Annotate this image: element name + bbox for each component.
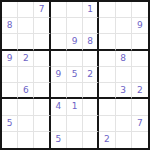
cell-r5c8[interactable]	[116, 67, 132, 83]
cell-r1c5[interactable]	[67, 2, 83, 18]
given-digit: 9	[7, 54, 13, 63]
cell-r5c9[interactable]	[132, 67, 148, 83]
cell-r9c1[interactable]	[2, 132, 18, 148]
cell-r3c9[interactable]	[132, 34, 148, 50]
cell-r4c6[interactable]	[83, 51, 99, 67]
given-digit: 9	[55, 70, 61, 79]
cell-r4c1[interactable]: 9	[2, 51, 18, 67]
given-digit: 2	[87, 70, 93, 79]
cell-r6c8[interactable]: 3	[116, 83, 132, 99]
cell-r5c7[interactable]	[99, 67, 115, 83]
cell-r9c9[interactable]	[132, 132, 148, 148]
cell-r5c3[interactable]	[34, 67, 50, 83]
cell-r8c2[interactable]	[18, 116, 34, 132]
cell-r2c9[interactable]: 9	[132, 18, 148, 34]
cell-r6c6[interactable]	[83, 83, 99, 99]
given-digit: 2	[137, 86, 143, 95]
cell-r5c5[interactable]: 5	[67, 67, 83, 83]
cell-r5c2[interactable]	[18, 67, 34, 83]
cell-r6c2[interactable]: 6	[18, 83, 34, 99]
cell-r6c9[interactable]: 2	[132, 83, 148, 99]
given-digit: 8	[87, 37, 93, 46]
cell-r7c7[interactable]	[99, 99, 115, 115]
cell-r3c6[interactable]: 8	[83, 34, 99, 50]
given-digit: 5	[72, 70, 78, 79]
cell-r7c8[interactable]	[116, 99, 132, 115]
cell-r8c7[interactable]	[99, 116, 115, 132]
given-digit: 6	[23, 86, 29, 95]
cell-r4c9[interactable]	[132, 51, 148, 67]
cell-r7c9[interactable]	[132, 99, 148, 115]
cell-r3c4[interactable]	[51, 34, 67, 50]
given-digit: 7	[39, 5, 45, 14]
cell-r7c1[interactable]	[2, 99, 18, 115]
cell-r4c7[interactable]	[99, 51, 115, 67]
cell-r3c1[interactable]	[2, 34, 18, 50]
cell-r1c3[interactable]: 7	[34, 2, 50, 18]
cell-r2c2[interactable]	[18, 18, 34, 34]
cell-r4c4[interactable]	[51, 51, 67, 67]
cell-r6c1[interactable]	[2, 83, 18, 99]
cell-r6c7[interactable]	[99, 83, 115, 99]
cell-r2c1[interactable]: 8	[2, 18, 18, 34]
cell-r1c9[interactable]	[132, 2, 148, 18]
given-digit: 2	[104, 135, 110, 144]
cell-r9c5[interactable]	[67, 132, 83, 148]
cell-r1c7[interactable]	[99, 2, 115, 18]
cell-r4c3[interactable]	[34, 51, 50, 67]
cell-r2c8[interactable]	[116, 18, 132, 34]
cell-r1c8[interactable]	[116, 2, 132, 18]
given-digit: 8	[7, 21, 13, 30]
cell-r9c7[interactable]: 2	[99, 132, 115, 148]
cell-r7c3[interactable]	[34, 99, 50, 115]
cell-r4c2[interactable]: 2	[18, 51, 34, 67]
cell-r2c3[interactable]	[34, 18, 50, 34]
cell-r5c6[interactable]: 2	[83, 67, 99, 83]
cell-r7c2[interactable]	[18, 99, 34, 115]
cell-r3c3[interactable]	[34, 34, 50, 50]
cell-r6c3[interactable]	[34, 83, 50, 99]
given-digit: 5	[55, 135, 61, 144]
cell-r8c9[interactable]: 7	[132, 116, 148, 132]
given-digit: 3	[120, 86, 126, 95]
cell-r9c6[interactable]	[83, 132, 99, 148]
given-digit: 8	[120, 54, 126, 63]
cell-r8c3[interactable]	[34, 116, 50, 132]
cell-r8c1[interactable]: 5	[2, 116, 18, 132]
cell-r1c1[interactable]	[2, 2, 18, 18]
cell-r4c5[interactable]	[67, 51, 83, 67]
cell-r1c4[interactable]	[51, 2, 67, 18]
cell-r1c2[interactable]	[18, 2, 34, 18]
cell-r9c4[interactable]: 5	[51, 132, 67, 148]
cell-r8c4[interactable]	[51, 116, 67, 132]
cell-r3c7[interactable]	[99, 34, 115, 50]
cell-r5c4[interactable]: 9	[51, 67, 67, 83]
sudoku-board: 718998928952632415752	[0, 0, 150, 150]
cell-r2c6[interactable]	[83, 18, 99, 34]
given-digit: 4	[55, 102, 61, 111]
given-digit: 1	[72, 102, 78, 111]
cell-r8c8[interactable]	[116, 116, 132, 132]
cell-r4c8[interactable]: 8	[116, 51, 132, 67]
cell-r3c2[interactable]	[18, 34, 34, 50]
given-digit: 1	[87, 5, 93, 14]
given-digit: 2	[23, 54, 29, 63]
cell-r9c2[interactable]	[18, 132, 34, 148]
cell-r2c7[interactable]	[99, 18, 115, 34]
given-digit: 9	[137, 21, 143, 30]
cell-r6c5[interactable]	[67, 83, 83, 99]
cell-r3c8[interactable]	[116, 34, 132, 50]
cell-r9c8[interactable]	[116, 132, 132, 148]
cell-r6c4[interactable]	[51, 83, 67, 99]
cell-r8c5[interactable]	[67, 116, 83, 132]
given-digit: 7	[137, 119, 143, 128]
cell-r2c5[interactable]	[67, 18, 83, 34]
cell-r5c1[interactable]	[2, 67, 18, 83]
cell-r3c5[interactable]: 9	[67, 34, 83, 50]
cell-r8c6[interactable]	[83, 116, 99, 132]
cell-r2c4[interactable]	[51, 18, 67, 34]
cell-r7c5[interactable]: 1	[67, 99, 83, 115]
given-digit: 9	[72, 37, 78, 46]
given-digit: 5	[7, 119, 13, 128]
cell-r7c4[interactable]: 4	[51, 99, 67, 115]
cell-r9c3[interactable]	[34, 132, 50, 148]
cell-r7c6[interactable]	[83, 99, 99, 115]
cell-r1c6[interactable]: 1	[83, 2, 99, 18]
